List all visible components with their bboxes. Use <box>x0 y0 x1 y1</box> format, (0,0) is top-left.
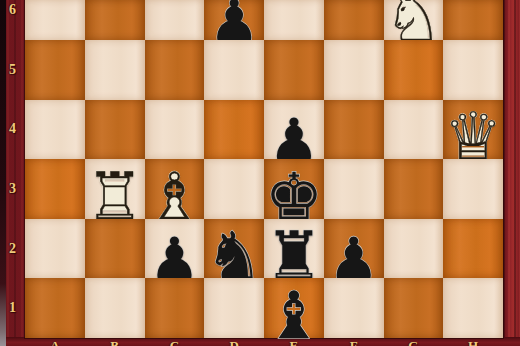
chess-app-viewport: ♟♞♘♟♛♕♜♖♝♗♚♟♞♜♟♝ 654321ABCDEFGH <box>0 0 520 346</box>
frame-left-shadow-edge <box>0 0 6 346</box>
square-g4[interactable] <box>384 100 444 160</box>
square-h6[interactable] <box>443 0 503 40</box>
square-e3[interactable]: ♚ <box>264 159 324 219</box>
frame-right-grain <box>503 0 520 346</box>
square-b2[interactable] <box>85 219 145 279</box>
square-c1[interactable] <box>145 278 205 338</box>
square-e4[interactable]: ♟ <box>264 100 324 160</box>
piece-white-rook[interactable]: ♜♖ <box>85 164 145 219</box>
square-d3[interactable] <box>204 159 264 219</box>
square-h5[interactable] <box>443 40 503 100</box>
square-c5[interactable] <box>145 40 205 100</box>
square-h2[interactable] <box>443 219 503 279</box>
square-a2[interactable] <box>25 219 85 279</box>
rank-label-4: 4 <box>3 121 22 137</box>
file-label-c: C <box>145 339 205 346</box>
rank-label-2: 2 <box>3 241 22 257</box>
square-b1[interactable] <box>85 278 145 338</box>
square-g5[interactable] <box>384 40 444 100</box>
square-a1[interactable] <box>25 278 85 338</box>
square-e1[interactable]: ♝ <box>264 278 324 338</box>
square-f6[interactable] <box>324 0 384 40</box>
square-b6[interactable] <box>85 0 145 40</box>
piece-white-bishop[interactable]: ♝♗ <box>145 164 205 219</box>
square-a5[interactable] <box>25 40 85 100</box>
square-h4[interactable]: ♛♕ <box>443 100 503 160</box>
piece-black-bishop[interactable]: ♝ <box>264 283 324 338</box>
square-d4[interactable] <box>204 100 264 160</box>
piece-black-knight[interactable]: ♞ <box>204 223 264 278</box>
square-g3[interactable] <box>384 159 444 219</box>
square-d5[interactable] <box>204 40 264 100</box>
file-label-a: A <box>25 339 85 346</box>
square-c6[interactable] <box>145 0 205 40</box>
square-b5[interactable] <box>85 40 145 100</box>
piece-black-pawn[interactable]: ♟ <box>204 0 264 40</box>
square-b4[interactable] <box>85 100 145 160</box>
piece-white-knight[interactable]: ♞♘ <box>384 0 444 40</box>
square-g6[interactable]: ♞♘ <box>384 0 444 40</box>
file-label-e: E <box>264 339 324 346</box>
square-d2[interactable]: ♞ <box>204 219 264 279</box>
square-d1[interactable] <box>204 278 264 338</box>
square-g2[interactable] <box>384 219 444 279</box>
square-a4[interactable] <box>25 100 85 160</box>
square-a3[interactable] <box>25 159 85 219</box>
square-f3[interactable] <box>324 159 384 219</box>
file-label-h: H <box>443 339 503 346</box>
chess-board: ♟♞♘♟♛♕♜♖♝♗♚♟♞♜♟♝ <box>25 0 503 338</box>
square-h3[interactable] <box>443 159 503 219</box>
piece-black-pawn[interactable]: ♟ <box>324 230 384 278</box>
square-e6[interactable] <box>264 0 324 40</box>
square-e2[interactable]: ♜ <box>264 219 324 279</box>
square-f5[interactable] <box>324 40 384 100</box>
file-label-d: D <box>204 339 264 346</box>
file-label-b: B <box>85 339 145 346</box>
rank-label-6: 6 <box>3 2 22 18</box>
piece-white-queen[interactable]: ♛♕ <box>443 104 503 159</box>
square-f1[interactable] <box>324 278 384 338</box>
file-label-f: F <box>324 339 384 346</box>
rank-label-1: 1 <box>3 300 22 316</box>
rank-label-3: 3 <box>3 181 22 197</box>
square-g1[interactable] <box>384 278 444 338</box>
square-c4[interactable] <box>145 100 205 160</box>
square-f2[interactable]: ♟ <box>324 219 384 279</box>
black-bishop-glyph: ♝ <box>264 283 324 346</box>
rank-label-5: 5 <box>3 62 22 78</box>
square-d6[interactable]: ♟ <box>204 0 264 40</box>
file-label-g: G <box>384 339 444 346</box>
square-h1[interactable] <box>443 278 503 338</box>
piece-black-king[interactable]: ♚ <box>264 164 324 219</box>
piece-black-pawn[interactable]: ♟ <box>145 230 205 278</box>
square-c3[interactable]: ♝♗ <box>145 159 205 219</box>
square-e5[interactable] <box>264 40 324 100</box>
square-a6[interactable] <box>25 0 85 40</box>
piece-black-pawn[interactable]: ♟ <box>264 111 324 159</box>
square-b3[interactable]: ♜♖ <box>85 159 145 219</box>
piece-black-rook[interactable]: ♜ <box>264 223 324 278</box>
square-f4[interactable] <box>324 100 384 160</box>
square-c2[interactable]: ♟ <box>145 219 205 279</box>
